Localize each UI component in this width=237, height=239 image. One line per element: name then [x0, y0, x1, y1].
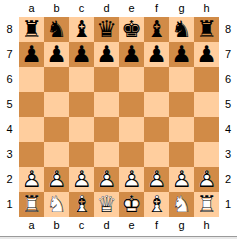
piece-black-pawn[interactable]: ♟: [194, 42, 219, 67]
square-h7[interactable]: ♟: [194, 42, 219, 67]
file-labels-bottom: abcdefgh: [19, 217, 219, 234]
piece-white-pawn[interactable]: ♙: [119, 167, 144, 192]
file-label-top-a: a: [19, 0, 44, 17]
square-c7[interactable]: ♟: [69, 42, 94, 67]
piece-black-bishop[interactable]: ♝: [144, 17, 169, 42]
square-h3[interactable]: [194, 142, 219, 167]
piece-black-pawn[interactable]: ♟: [119, 42, 144, 67]
rank-label-right-6: 6: [219, 67, 237, 92]
rank-label-right-2: 2: [219, 167, 237, 192]
rank-label-right-8: 8: [219, 17, 237, 42]
board: ♜♞♝♛♚♝♞♜♟♟♟♟♟♟♟♟♟♙♟♙♟♙♟♙♟♙♟♙♟♙♟♙♜♖♞♘♝♗♛♕…: [19, 17, 219, 217]
piece-black-pawn[interactable]: ♟: [44, 42, 69, 67]
square-a5[interactable]: [19, 92, 44, 117]
piece-white-knight[interactable]: ♘: [169, 192, 194, 217]
piece-white-queen[interactable]: ♕: [94, 192, 119, 217]
chess-board-panel: abcdefgh 87654321 ♜♞♝♛♚♝♞♜♟♟♟♟♟♟♟♟♟♙♟♙♟♙…: [0, 0, 237, 239]
rank-label-right-1: 1: [219, 192, 237, 217]
rank-label-left-2: 2: [0, 167, 19, 192]
piece-white-bishop[interactable]: ♗: [144, 192, 169, 217]
square-f7[interactable]: ♟: [144, 42, 169, 67]
square-f2[interactable]: ♟♙: [144, 167, 169, 192]
square-g3[interactable]: [169, 142, 194, 167]
piece-black-pawn[interactable]: ♟: [69, 42, 94, 67]
square-e3[interactable]: [119, 142, 144, 167]
square-e6[interactable]: [119, 67, 144, 92]
square-b3[interactable]: [44, 142, 69, 167]
piece-black-bishop[interactable]: ♝: [69, 17, 94, 42]
piece-black-queen[interactable]: ♛: [94, 17, 119, 42]
file-label-top-f: f: [144, 0, 169, 17]
file-label-bottom-g: g: [169, 217, 194, 234]
square-f3[interactable]: [144, 142, 169, 167]
rank-label-right-7: 7: [219, 42, 237, 67]
square-a6[interactable]: [19, 67, 44, 92]
square-c4[interactable]: [69, 117, 94, 142]
square-a3[interactable]: [19, 142, 44, 167]
rank-labels-left: 87654321: [0, 17, 19, 217]
piece-black-rook[interactable]: ♜: [194, 17, 219, 42]
square-a8[interactable]: ♜: [19, 17, 44, 42]
file-label-top-h: h: [194, 0, 219, 17]
piece-white-pawn[interactable]: ♙: [169, 167, 194, 192]
piece-white-pawn[interactable]: ♙: [94, 167, 119, 192]
rank-label-right-5: 5: [219, 92, 237, 117]
file-label-bottom-h: h: [194, 217, 219, 234]
square-b7[interactable]: ♟: [44, 42, 69, 67]
piece-black-knight[interactable]: ♞: [169, 17, 194, 42]
square-c8[interactable]: ♝: [69, 17, 94, 42]
square-b6[interactable]: [44, 67, 69, 92]
rank-label-left-5: 5: [0, 92, 19, 117]
file-label-bottom-b: b: [44, 217, 69, 234]
square-b5[interactable]: [44, 92, 69, 117]
square-h2[interactable]: ♟♙: [194, 167, 219, 192]
square-e5[interactable]: [119, 92, 144, 117]
file-labels-top: abcdefgh: [19, 0, 219, 17]
square-b2[interactable]: ♟♙: [44, 167, 69, 192]
square-f8[interactable]: ♝: [144, 17, 169, 42]
square-f4[interactable]: [144, 117, 169, 142]
file-label-bottom-a: a: [19, 217, 44, 234]
square-g6[interactable]: [169, 67, 194, 92]
square-b8[interactable]: ♞: [44, 17, 69, 42]
square-f1[interactable]: ♝♗: [144, 192, 169, 217]
square-e1[interactable]: ♚♔: [119, 192, 144, 217]
square-a2[interactable]: ♟♙: [19, 167, 44, 192]
piece-black-king[interactable]: ♚: [119, 17, 144, 42]
file-label-bottom-f: f: [144, 217, 169, 234]
piece-white-rook[interactable]: ♖: [194, 192, 219, 217]
square-h8[interactable]: ♜: [194, 17, 219, 42]
square-d2[interactable]: ♟♙: [94, 167, 119, 192]
piece-white-pawn[interactable]: ♙: [194, 167, 219, 192]
square-g4[interactable]: [169, 117, 194, 142]
file-label-top-b: b: [44, 0, 69, 17]
piece-black-pawn[interactable]: ♟: [19, 42, 44, 67]
square-c2[interactable]: ♟♙: [69, 167, 94, 192]
square-f6[interactable]: [144, 67, 169, 92]
piece-white-rook[interactable]: ♖: [19, 192, 44, 217]
piece-white-king[interactable]: ♔: [119, 192, 144, 217]
rank-label-right-4: 4: [219, 117, 237, 142]
piece-white-bishop[interactable]: ♗: [69, 192, 94, 217]
file-label-bottom-e: e: [119, 217, 144, 234]
square-d5[interactable]: [94, 92, 119, 117]
piece-white-pawn[interactable]: ♙: [19, 167, 44, 192]
square-c5[interactable]: [69, 92, 94, 117]
piece-white-pawn[interactable]: ♙: [144, 167, 169, 192]
square-g8[interactable]: ♞: [169, 17, 194, 42]
piece-white-pawn[interactable]: ♙: [44, 167, 69, 192]
file-label-top-d: d: [94, 0, 119, 17]
square-c6[interactable]: [69, 67, 94, 92]
rank-label-left-1: 1: [0, 192, 19, 217]
square-h4[interactable]: [194, 117, 219, 142]
piece-white-knight[interactable]: ♘: [44, 192, 69, 217]
file-label-bottom-d: d: [94, 217, 119, 234]
piece-black-pawn[interactable]: ♟: [94, 42, 119, 67]
square-h6[interactable]: [194, 67, 219, 92]
square-e4[interactable]: [119, 117, 144, 142]
square-d1[interactable]: ♛♕: [94, 192, 119, 217]
square-b1[interactable]: ♞♘: [44, 192, 69, 217]
file-label-top-e: e: [119, 0, 144, 17]
rank-label-left-3: 3: [0, 142, 19, 167]
square-h5[interactable]: [194, 92, 219, 117]
square-g7[interactable]: ♟: [169, 42, 194, 67]
square-g5[interactable]: [169, 92, 194, 117]
square-c3[interactable]: [69, 142, 94, 167]
piece-black-rook[interactable]: ♜: [19, 17, 44, 42]
rank-label-left-4: 4: [0, 117, 19, 142]
rank-label-right-3: 3: [219, 142, 237, 167]
piece-black-knight[interactable]: ♞: [44, 17, 69, 42]
piece-black-pawn[interactable]: ♟: [144, 42, 169, 67]
square-a1[interactable]: ♜♖: [19, 192, 44, 217]
square-a7[interactable]: ♟: [19, 42, 44, 67]
rank-label-left-8: 8: [0, 17, 19, 42]
file-label-top-c: c: [69, 0, 94, 17]
rank-label-left-6: 6: [0, 67, 19, 92]
square-e2[interactable]: ♟♙: [119, 167, 144, 192]
rank-label-left-7: 7: [0, 42, 19, 67]
square-h1[interactable]: ♜♖: [194, 192, 219, 217]
file-label-top-g: g: [169, 0, 194, 17]
square-d3[interactable]: [94, 142, 119, 167]
square-d7[interactable]: ♟: [94, 42, 119, 67]
square-f5[interactable]: [144, 92, 169, 117]
square-c1[interactable]: ♝♗: [69, 192, 94, 217]
square-a4[interactable]: [19, 117, 44, 142]
rank-labels-right: 87654321: [219, 17, 237, 217]
bottom-divider: [0, 236, 237, 239]
file-label-bottom-c: c: [69, 217, 94, 234]
square-g2[interactable]: ♟♙: [169, 167, 194, 192]
square-g1[interactable]: ♞♘: [169, 192, 194, 217]
square-d4[interactable]: [94, 117, 119, 142]
square-e8[interactable]: ♚: [119, 17, 144, 42]
square-e7[interactable]: ♟: [119, 42, 144, 67]
square-d8[interactable]: ♛: [94, 17, 119, 42]
square-b4[interactable]: [44, 117, 69, 142]
piece-white-pawn[interactable]: ♙: [69, 167, 94, 192]
piece-black-pawn[interactable]: ♟: [169, 42, 194, 67]
square-d6[interactable]: [94, 67, 119, 92]
